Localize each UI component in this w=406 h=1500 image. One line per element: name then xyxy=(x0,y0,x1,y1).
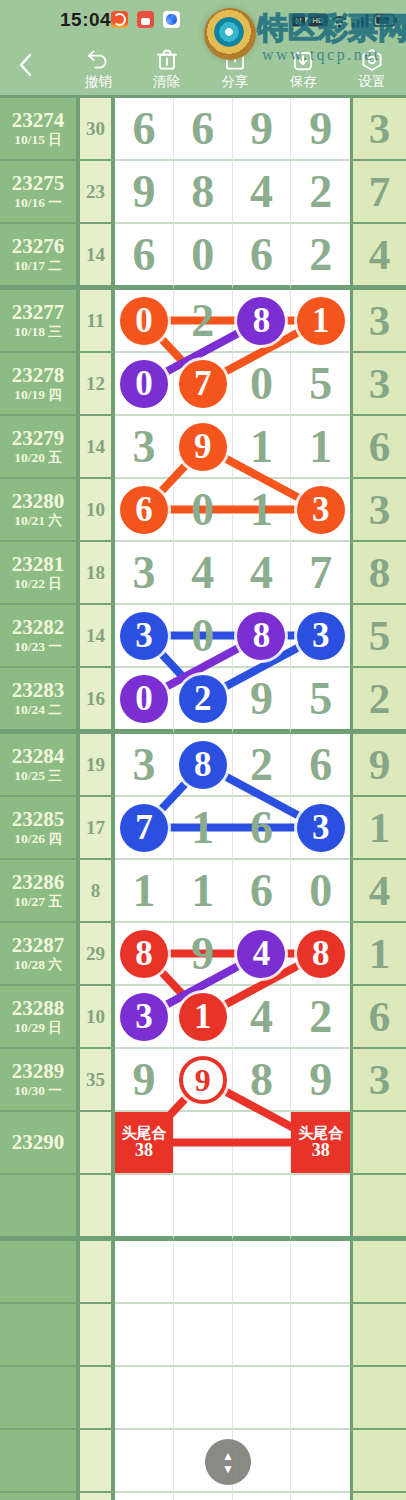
digit-cell[interactable] xyxy=(174,1112,233,1175)
tail-digit-cell[interactable]: 4 xyxy=(353,860,406,923)
draw-date: 10/17 二 xyxy=(14,258,62,274)
tail-digit-cell[interactable]: 3 xyxy=(353,290,406,353)
digit-cell[interactable]: 6 xyxy=(233,224,292,290)
digit-cell[interactable]: 8 xyxy=(233,290,292,353)
digit: 0 xyxy=(191,613,214,659)
draw-cell xyxy=(0,1175,76,1241)
tail-digit-cell[interactable] xyxy=(353,1241,406,1304)
digit-area: 1160 xyxy=(115,860,350,923)
scroll-toggle-button[interactable]: ▲ ▼ xyxy=(205,1439,251,1485)
digit-cell[interactable]: 8 xyxy=(291,923,350,986)
digit-cell[interactable]: 8 xyxy=(174,161,233,224)
digit: 2 xyxy=(309,994,332,1040)
marked-digit-circle[interactable]: 1 xyxy=(297,297,345,345)
tail-digit-cell[interactable]: 7 xyxy=(353,161,406,224)
digit-area xyxy=(115,1367,350,1430)
marked-digit-circle[interactable]: 3 xyxy=(297,486,345,534)
digit-cell[interactable] xyxy=(233,1241,292,1304)
draw-number: 23281 xyxy=(12,553,65,576)
metric-cell: 12 xyxy=(80,353,111,416)
metric-cell: 17 xyxy=(80,797,111,860)
draw-date: 10/27 五 xyxy=(14,894,62,910)
digit-cell[interactable]: 3 xyxy=(291,797,350,860)
digit-cell[interactable]: 3 xyxy=(115,734,174,797)
digit-cell[interactable] xyxy=(115,1367,174,1430)
save-icon xyxy=(290,47,316,73)
draw-date: 10/26 四 xyxy=(14,831,62,847)
digit: 9 xyxy=(250,676,273,722)
tail-digit-cell[interactable] xyxy=(353,1175,406,1241)
digit-cell[interactable]: 8 xyxy=(174,734,233,797)
draw-date: 10/18 三 xyxy=(14,324,62,340)
save-label: 保存 xyxy=(290,75,317,89)
marked-digit-circle[interactable]: 3 xyxy=(297,804,345,852)
digit-cell[interactable] xyxy=(233,1112,292,1175)
digit-cell[interactable]: 0 xyxy=(174,605,233,668)
digit-cell[interactable] xyxy=(233,1367,292,1430)
digit-cell[interactable] xyxy=(115,1493,174,1500)
digit-cell[interactable]: 6 xyxy=(115,224,174,290)
empty-row xyxy=(0,1241,406,1304)
digit-cell[interactable]: 9 xyxy=(291,1049,350,1112)
tail-digit-cell[interactable]: 1 xyxy=(353,797,406,860)
draw-row: 2327910/20 五1439116 xyxy=(0,416,406,479)
tail-digit-cell[interactable]: 5 xyxy=(353,605,406,668)
back-chevron-icon xyxy=(16,52,34,78)
digit-cell[interactable]: 头尾合38 xyxy=(115,1112,174,1175)
draw-row: 2328210/23 一1430835 xyxy=(0,605,406,668)
marked-digit-circle[interactable]: 9 xyxy=(179,423,227,471)
draw-row: 2328510/26 四1771631 xyxy=(0,797,406,860)
draw-number: 23279 xyxy=(12,427,65,450)
draw-row: 23290头尾合38头尾合38 xyxy=(0,1112,406,1175)
draw-cell: 2328610/27 五 xyxy=(0,860,76,923)
metric-cell: 14 xyxy=(80,224,111,290)
tail-sum-label: 头尾合 xyxy=(121,1124,166,1141)
draw-cell xyxy=(0,1493,76,1500)
draw-cell: 2328810/29 日 xyxy=(0,986,76,1049)
digit-cell[interactable]: 6 xyxy=(291,734,350,797)
tail-digit-cell[interactable]: 3 xyxy=(353,353,406,416)
digit-cell[interactable] xyxy=(291,1430,350,1493)
digit-cell[interactable]: 9 xyxy=(174,1049,233,1112)
digit-area xyxy=(115,1304,350,1367)
tail-digit-cell[interactable]: 9 xyxy=(353,734,406,797)
digit-area: 头尾合38头尾合38 xyxy=(115,1112,350,1175)
digit: 4 xyxy=(250,550,273,596)
draw-row: 2328610/27 五811604 xyxy=(0,860,406,923)
digit-cell[interactable]: 3 xyxy=(115,605,174,668)
digit-cell[interactable]: 5 xyxy=(291,668,350,734)
battery-icon xyxy=(374,15,398,27)
digit-cell[interactable]: 3 xyxy=(291,605,350,668)
tail-digit-cell[interactable] xyxy=(353,1493,406,1500)
marked-digit-circle[interactable]: 3 xyxy=(120,612,168,660)
empty-row xyxy=(0,1304,406,1367)
tail-sum-box[interactable]: 头尾合38 xyxy=(291,1112,350,1173)
digit-cell[interactable] xyxy=(174,1493,233,1500)
digit-cell[interactable]: 2 xyxy=(233,734,292,797)
share-button[interactable]: 分享 xyxy=(201,44,269,92)
digit: 6 xyxy=(132,106,155,152)
clock: 15:04 xyxy=(60,9,111,31)
draw-number: 23278 xyxy=(12,364,65,387)
digit-cell[interactable]: 9 xyxy=(115,1049,174,1112)
badge-n-label: N xyxy=(295,16,302,26)
digit: 6 xyxy=(191,106,214,152)
digit-cell[interactable]: 3 xyxy=(291,479,350,542)
digit-cell[interactable]: 1 xyxy=(174,797,233,860)
draw-date: 10/16 一 xyxy=(14,195,62,211)
digit: 4 xyxy=(250,994,273,1040)
digit-cell[interactable]: 6 xyxy=(115,479,174,542)
digit-area: 3142 xyxy=(115,986,350,1049)
metric-cell xyxy=(80,1175,111,1241)
digit-cell[interactable] xyxy=(291,1304,350,1367)
tail-digit-cell[interactable]: 3 xyxy=(353,479,406,542)
digit: 4 xyxy=(191,550,214,596)
digit: 1 xyxy=(309,424,332,470)
digit-cell[interactable]: 3 xyxy=(115,986,174,1049)
marked-digit-circle[interactable]: 7 xyxy=(120,804,168,852)
draw-cell: 2327910/20 五 xyxy=(0,416,76,479)
tail-digit-cell[interactable] xyxy=(353,1367,406,1430)
empty-row xyxy=(0,1367,406,1430)
draw-row: 2328410/25 三1938269 xyxy=(0,734,406,797)
back-button[interactable] xyxy=(10,48,40,82)
draw-cell: 2328310/24 二 xyxy=(0,668,76,734)
digit-cell[interactable]: 7 xyxy=(291,542,350,605)
digit-area xyxy=(115,1241,350,1304)
digit-cell[interactable] xyxy=(291,1367,350,1430)
draw-number: 23286 xyxy=(12,871,65,894)
metric-cell: 18 xyxy=(80,542,111,605)
marked-digit-circle[interactable]: 1 xyxy=(179,993,227,1041)
metric-cell xyxy=(80,1430,111,1493)
draw-row: 2328110/22 日1834478 xyxy=(0,542,406,605)
digit: 2 xyxy=(309,169,332,215)
digit-cell[interactable]: 2 xyxy=(291,224,350,290)
digit-area: 3083 xyxy=(115,605,350,668)
metric-cell xyxy=(80,1112,111,1175)
digit-cell[interactable]: 头尾合38 xyxy=(291,1112,350,1175)
digit-cell[interactable] xyxy=(115,1175,174,1241)
tail-digit-cell[interactable] xyxy=(353,1304,406,1367)
digit-cell[interactable]: 0 xyxy=(115,290,174,353)
digit-cell[interactable] xyxy=(291,1175,350,1241)
tail-digit-cell[interactable]: 8 xyxy=(353,542,406,605)
tail-digit-cell[interactable]: 3 xyxy=(353,1049,406,1112)
digit-area: 6699 xyxy=(115,98,350,161)
digit-cell[interactable]: 5 xyxy=(291,353,350,416)
draw-date: 10/19 四 xyxy=(14,387,62,403)
digit: 2 xyxy=(309,232,332,278)
marked-digit-circle[interactable]: 7 xyxy=(179,360,227,408)
clear-label: 清除 xyxy=(153,75,180,89)
digit-area xyxy=(115,1493,350,1500)
digit-area: 3447 xyxy=(115,542,350,605)
marked-digit-circle[interactable]: 0 xyxy=(120,675,168,723)
digit: 3 xyxy=(132,742,155,788)
digit: 0 xyxy=(191,487,214,533)
draw-row: 2327810/19 四1207053 xyxy=(0,353,406,416)
digit: 9 xyxy=(250,106,273,152)
tail-digit-cell[interactable]: 6 xyxy=(353,416,406,479)
digit-area: 0281 xyxy=(115,290,350,353)
draw-cell xyxy=(0,1304,76,1367)
digit: 6 xyxy=(250,868,273,914)
undo-button[interactable]: 撤销 xyxy=(64,44,132,92)
digit: 1 xyxy=(191,805,214,851)
digit-area: 0295 xyxy=(115,668,350,734)
metric-cell: 29 xyxy=(80,923,111,986)
digit-area: 8948 xyxy=(115,923,350,986)
digit: 6 xyxy=(250,232,273,278)
digit-cell[interactable]: 2 xyxy=(174,290,233,353)
digit: 1 xyxy=(250,487,273,533)
scroll-down-icon: ▼ xyxy=(222,1463,234,1475)
digit-cell[interactable]: 9 xyxy=(233,98,292,161)
digit-cell[interactable]: 2 xyxy=(291,161,350,224)
draw-cell: 2328210/23 一 xyxy=(0,605,76,668)
tail-digit-cell[interactable] xyxy=(353,1430,406,1493)
digit-cell[interactable]: 4 xyxy=(174,542,233,605)
draw-number: 23274 xyxy=(12,109,65,132)
scroll-up-icon: ▲ xyxy=(222,1450,234,1462)
tail-digit-cell[interactable]: 6 xyxy=(353,986,406,1049)
digit-cell[interactable]: 0 xyxy=(115,353,174,416)
draw-cell xyxy=(0,1430,76,1493)
draw-number: 23284 xyxy=(12,745,65,768)
draw-row: 2327610/17 二1460624 xyxy=(0,224,406,290)
draw-cell: 2327610/17 二 xyxy=(0,224,76,290)
digit-cell[interactable]: 3 xyxy=(115,542,174,605)
digit-cell[interactable]: 0 xyxy=(174,224,233,290)
digit-cell[interactable]: 0 xyxy=(115,668,174,734)
digit-cell[interactable]: 6 xyxy=(233,797,292,860)
digit-cell[interactable]: 9 xyxy=(174,416,233,479)
digit: 7 xyxy=(309,550,332,596)
draw-number: 23289 xyxy=(12,1060,65,1083)
digit-cell[interactable]: 9 xyxy=(233,668,292,734)
draw-cell: 2328710/28 六 xyxy=(0,923,76,986)
draw-row: 2328010/21 六1060133 xyxy=(0,479,406,542)
digit-area xyxy=(115,1175,350,1241)
digit-area: 9989 xyxy=(115,1049,350,1112)
marked-digit-circle[interactable]: 8 xyxy=(237,297,285,345)
draw-cell: 2328410/25 三 xyxy=(0,734,76,797)
digit-area: 3826 xyxy=(115,734,350,797)
digit-cell[interactable]: 8 xyxy=(233,1049,292,1112)
digit-area: 6013 xyxy=(115,479,350,542)
save-button[interactable]: 保存 xyxy=(269,44,337,92)
digit-cell[interactable]: 2 xyxy=(174,668,233,734)
digit-cell[interactable] xyxy=(233,1493,292,1500)
draw-row: 2328810/29 日1031426 xyxy=(0,986,406,1049)
marked-digit-circle[interactable]: 8 xyxy=(179,741,227,789)
digit: 6 xyxy=(309,742,332,788)
marked-digit-circle[interactable]: 9 xyxy=(179,1056,227,1104)
marked-digit-circle[interactable]: 4 xyxy=(237,930,285,978)
metric-cell xyxy=(80,1304,111,1367)
draw-cell xyxy=(0,1367,76,1430)
digit: 0 xyxy=(250,361,273,407)
toolbar: 撤销 清除 分享 xyxy=(64,44,406,92)
digit: 9 xyxy=(191,931,214,977)
draw-number: 23275 xyxy=(12,172,65,195)
empty-row xyxy=(0,1175,406,1241)
tail-digit-cell[interactable]: 3 xyxy=(353,98,406,161)
draw-number: 23285 xyxy=(12,808,65,831)
draw-row: 2328710/28 六2989481 xyxy=(0,923,406,986)
metric-cell: 14 xyxy=(80,605,111,668)
empty-row xyxy=(0,1493,406,1500)
tail-digit-cell[interactable]: 2 xyxy=(353,668,406,734)
draw-cell: 2327810/19 四 xyxy=(0,353,76,416)
metric-cell: 16 xyxy=(80,668,111,734)
digit-cell[interactable] xyxy=(115,1241,174,1304)
settings-button[interactable]: 设置 xyxy=(338,44,406,92)
digit: 9 xyxy=(132,1057,155,1103)
app-screen: 15:04 N HD xyxy=(0,0,406,1500)
digit: 5 xyxy=(309,676,332,722)
digit-cell[interactable] xyxy=(233,1304,292,1367)
digit-cell[interactable]: 9 xyxy=(291,98,350,161)
digit-cell[interactable]: 6 xyxy=(115,98,174,161)
metric-cell: 14 xyxy=(80,416,111,479)
digit: 9 xyxy=(309,1057,332,1103)
draw-date: 10/30 一 xyxy=(14,1083,62,1099)
digit: 9 xyxy=(309,106,332,152)
digit-cell[interactable]: 1 xyxy=(291,416,350,479)
digit-cell[interactable]: 1 xyxy=(291,290,350,353)
draw-cell: 2328910/30 一 xyxy=(0,1049,76,1112)
digit: 1 xyxy=(250,424,273,470)
digit-cell[interactable]: 2 xyxy=(291,986,350,1049)
digit: 4 xyxy=(250,169,273,215)
digit-cell[interactable] xyxy=(174,1367,233,1430)
digit: 8 xyxy=(250,1057,273,1103)
app-icon-red xyxy=(137,11,154,28)
digit-cell[interactable] xyxy=(115,1430,174,1493)
digit-cell[interactable]: 1 xyxy=(233,416,292,479)
digit-cell[interactable]: 0 xyxy=(174,479,233,542)
metric-cell xyxy=(80,1367,111,1430)
marked-digit-circle[interactable]: 8 xyxy=(237,612,285,660)
digit-cell[interactable] xyxy=(174,1175,233,1241)
digit-cell[interactable]: 4 xyxy=(233,923,292,986)
marked-digit-circle[interactable]: 8 xyxy=(120,930,168,978)
digit-cell[interactable]: 1 xyxy=(174,860,233,923)
digit-cell[interactable]: 4 xyxy=(233,542,292,605)
marked-digit-circle[interactable]: 8 xyxy=(297,930,345,978)
metric-cell: 19 xyxy=(80,734,111,797)
marked-digit-circle[interactable]: 3 xyxy=(120,993,168,1041)
digit-area: 0705 xyxy=(115,353,350,416)
draw-cell xyxy=(0,1241,76,1304)
digit-cell[interactable]: 1 xyxy=(115,860,174,923)
digit-cell[interactable]: 7 xyxy=(115,797,174,860)
digit-cell[interactable]: 0 xyxy=(233,353,292,416)
digit-cell[interactable] xyxy=(291,1241,350,1304)
clear-button[interactable]: 清除 xyxy=(132,44,200,92)
system-status-icons: N HD xyxy=(292,10,400,34)
digit-cell[interactable]: 3 xyxy=(115,416,174,479)
digit: 3 xyxy=(132,550,155,596)
digit-cell[interactable]: 9 xyxy=(174,923,233,986)
draw-cell: 2328510/26 四 xyxy=(0,797,76,860)
digit-cell[interactable]: 0 xyxy=(291,860,350,923)
digit-cell[interactable] xyxy=(174,1304,233,1367)
tail-digit-cell[interactable]: 4 xyxy=(353,224,406,290)
digit-cell[interactable]: 7 xyxy=(174,353,233,416)
digit-cell[interactable]: 6 xyxy=(174,98,233,161)
draw-date: 10/22 日 xyxy=(14,576,62,592)
tail-digit-cell[interactable] xyxy=(353,1112,406,1175)
digit-area: 9842 xyxy=(115,161,350,224)
digit: 2 xyxy=(191,298,214,344)
marked-digit-circle[interactable]: 3 xyxy=(297,612,345,660)
draw-number: 23282 xyxy=(12,616,65,639)
marked-digit-circle[interactable]: 0 xyxy=(120,297,168,345)
marked-digit-circle[interactable]: 6 xyxy=(120,486,168,534)
draw-row: 2328910/30 一3599893 xyxy=(0,1049,406,1112)
tail-sum-box[interactable]: 头尾合38 xyxy=(115,1112,173,1173)
metric-cell: 10 xyxy=(80,986,111,1049)
settings-icon xyxy=(359,47,385,73)
marked-digit-circle[interactable]: 0 xyxy=(120,360,168,408)
marked-digit-circle[interactable]: 2 xyxy=(179,675,227,723)
digit: 6 xyxy=(250,805,273,851)
notification-icons xyxy=(111,11,180,28)
digit-cell[interactable]: 9 xyxy=(115,161,174,224)
digit-cell[interactable] xyxy=(233,1175,292,1241)
digit-cell[interactable]: 1 xyxy=(233,479,292,542)
digit-cell[interactable]: 8 xyxy=(115,923,174,986)
digit: 5 xyxy=(309,361,332,407)
metric-cell: 8 xyxy=(80,860,111,923)
draw-row: 2327510/16 一2398427 xyxy=(0,161,406,224)
digit-area: 3911 xyxy=(115,416,350,479)
draw-cell: 2327410/15 日 xyxy=(0,98,76,161)
trend-chart: 2327410/15 日30669932327510/16 一239842723… xyxy=(0,95,406,1500)
digit: 1 xyxy=(132,868,155,914)
draw-cell: 23290 xyxy=(0,1112,76,1175)
draw-number: 23290 xyxy=(12,1131,65,1154)
digit: 2 xyxy=(250,742,273,788)
tail-sum-value: 38 xyxy=(135,1141,153,1161)
digit-cell[interactable]: 1 xyxy=(174,986,233,1049)
app-icon-orange xyxy=(111,11,128,28)
draw-cell: 2328110/22 日 xyxy=(0,542,76,605)
digit: 0 xyxy=(191,232,214,278)
digit: 9 xyxy=(132,169,155,215)
draw-date: 10/21 六 xyxy=(14,513,62,529)
undo-label: 撤销 xyxy=(85,75,112,89)
draw-number: 23287 xyxy=(12,934,65,957)
digit-cell[interactable]: 8 xyxy=(233,605,292,668)
digit-cell[interactable]: 6 xyxy=(233,860,292,923)
digit-cell[interactable] xyxy=(174,1241,233,1304)
digit-cell[interactable]: 4 xyxy=(233,986,292,1049)
draw-date: 10/20 五 xyxy=(14,450,62,466)
share-label: 分享 xyxy=(222,75,249,89)
digit-cell[interactable]: 4 xyxy=(233,161,292,224)
wifi-icon xyxy=(333,17,346,23)
tail-digit-cell[interactable]: 1 xyxy=(353,923,406,986)
digit-cell[interactable] xyxy=(115,1304,174,1367)
digit-cell[interactable] xyxy=(291,1493,350,1500)
